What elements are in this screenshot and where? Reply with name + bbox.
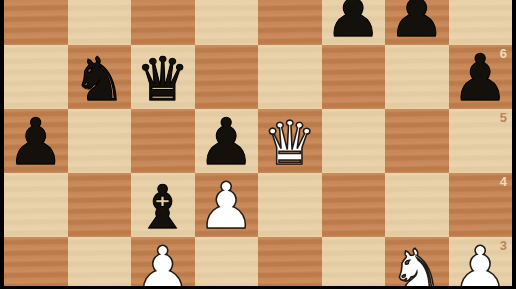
square-e7[interactable] (258, 0, 322, 45)
square-d4[interactable]: ♟ (195, 173, 259, 237)
chess-board: ♟♟♞♛6♟♟♟♛5♝♟4♟♞3♟ (4, 0, 512, 286)
square-d3[interactable] (195, 237, 259, 286)
square-d7[interactable] (195, 0, 259, 45)
square-b6[interactable]: ♞ (68, 45, 132, 109)
square-a6[interactable] (4, 45, 68, 109)
square-h3[interactable]: 3♟ (449, 237, 513, 286)
white-pawn-d4-piece[interactable]: ♟ (195, 173, 259, 237)
square-e3[interactable] (258, 237, 322, 286)
square-h7[interactable] (449, 0, 513, 45)
black-pawn-g7-piece[interactable]: ♟ (385, 0, 449, 45)
square-g3[interactable]: ♞ (385, 237, 449, 286)
square-f3[interactable] (322, 237, 386, 286)
square-g5[interactable] (385, 109, 449, 173)
square-b7[interactable] (68, 0, 132, 45)
square-b4[interactable] (68, 173, 132, 237)
square-f4[interactable] (322, 173, 386, 237)
black-pawn-d5-piece[interactable]: ♟ (195, 109, 259, 173)
square-b5[interactable] (68, 109, 132, 173)
square-g4[interactable] (385, 173, 449, 237)
square-g6[interactable] (385, 45, 449, 109)
square-f7[interactable]: ♟ (322, 0, 386, 45)
square-h4[interactable]: 4 (449, 173, 513, 237)
square-c5[interactable] (131, 109, 195, 173)
square-c6[interactable]: ♛ (131, 45, 195, 109)
white-pawn-h3-piece[interactable]: ♟ (449, 237, 513, 286)
square-e4[interactable] (258, 173, 322, 237)
rank-label-5: 5 (500, 111, 507, 124)
chess-board-grid: ♟♟♞♛6♟♟♟♛5♝♟4♟♞3♟ (4, 0, 512, 286)
black-pawn-h6-piece[interactable]: ♟ (449, 45, 513, 109)
rank-label-4: 4 (500, 175, 507, 188)
square-h6[interactable]: 6♟ (449, 45, 513, 109)
square-c4[interactable]: ♝ (131, 173, 195, 237)
square-c7[interactable] (131, 0, 195, 45)
square-a7[interactable] (4, 0, 68, 45)
black-knight-b6-piece[interactable]: ♞ (68, 45, 132, 109)
square-f6[interactable] (322, 45, 386, 109)
square-f5[interactable] (322, 109, 386, 173)
black-pawn-f7-piece[interactable]: ♟ (322, 0, 386, 45)
square-g7[interactable]: ♟ (385, 0, 449, 45)
square-e5[interactable]: ♛ (258, 109, 322, 173)
black-bishop-c4-piece[interactable]: ♝ (131, 173, 195, 237)
square-d5[interactable]: ♟ (195, 109, 259, 173)
white-pawn-c3-piece[interactable]: ♟ (131, 237, 195, 286)
black-queen-c6-piece[interactable]: ♛ (131, 45, 195, 109)
square-d6[interactable] (195, 45, 259, 109)
square-e6[interactable] (258, 45, 322, 109)
white-queen-e5-piece[interactable]: ♛ (258, 109, 322, 173)
letterbox-frame: ♟♟♞♛6♟♟♟♛5♝♟4♟♞3♟ (0, 0, 516, 289)
white-knight-g3-piece[interactable]: ♞ (385, 237, 449, 286)
square-b3[interactable] (68, 237, 132, 286)
square-a3[interactable] (4, 237, 68, 286)
square-c3[interactable]: ♟ (131, 237, 195, 286)
black-pawn-a5-piece[interactable]: ♟ (4, 109, 68, 173)
square-h5[interactable]: 5 (449, 109, 513, 173)
square-a4[interactable] (4, 173, 68, 237)
square-a5[interactable]: ♟ (4, 109, 68, 173)
